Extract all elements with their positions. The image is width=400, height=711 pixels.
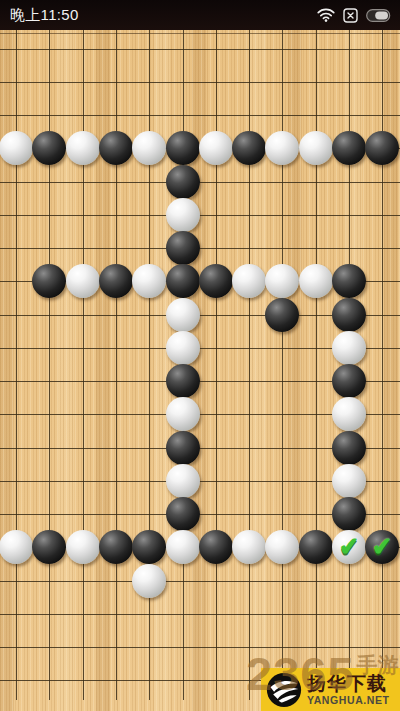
grid-line-horizontal	[0, 182, 400, 183]
stone-black[interactable]	[166, 231, 200, 265]
stone-black[interactable]	[132, 530, 166, 564]
stone-black[interactable]	[166, 165, 200, 199]
grid-line-horizontal	[0, 49, 400, 50]
stone-black[interactable]	[32, 530, 66, 564]
stone-white[interactable]	[132, 131, 166, 165]
stone-white[interactable]	[299, 264, 333, 298]
stone-white[interactable]	[199, 131, 233, 165]
grid-line-horizontal	[0, 614, 400, 615]
stone-black[interactable]	[332, 298, 366, 332]
stone-black[interactable]	[332, 431, 366, 465]
stone-white[interactable]	[265, 131, 299, 165]
sim-missing-icon	[343, 8, 358, 23]
stone-black[interactable]	[365, 131, 399, 165]
stone-white[interactable]	[66, 264, 100, 298]
status-icons	[317, 8, 392, 23]
stone-white[interactable]	[132, 264, 166, 298]
stone-black[interactable]	[299, 530, 333, 564]
stone-white[interactable]	[132, 564, 166, 598]
stone-black[interactable]	[99, 264, 133, 298]
stone-white[interactable]	[332, 464, 366, 498]
site-watermark: 2365手游网	[246, 650, 400, 697]
stone-white[interactable]	[332, 397, 366, 431]
stone-white[interactable]	[166, 298, 200, 332]
grid-line-horizontal	[0, 215, 400, 216]
stone-black[interactable]	[199, 530, 233, 564]
stone-white[interactable]	[232, 530, 266, 564]
stone-white[interactable]	[265, 264, 299, 298]
stone-black[interactable]	[332, 131, 366, 165]
stone-black[interactable]	[99, 131, 133, 165]
stone-white[interactable]	[166, 331, 200, 365]
stone-black[interactable]	[32, 131, 66, 165]
grid-line-horizontal	[0, 581, 400, 582]
stone-black[interactable]	[166, 431, 200, 465]
stone-white[interactable]	[166, 530, 200, 564]
stone-white[interactable]	[166, 397, 200, 431]
stone-white[interactable]	[166, 464, 200, 498]
stone-black[interactable]	[99, 530, 133, 564]
stone-black[interactable]	[332, 364, 366, 398]
stone-black[interactable]	[265, 298, 299, 332]
stone-black[interactable]	[166, 497, 200, 531]
app-screen: 晚上11:50 ✔✔ 2365手游网	[0, 0, 400, 711]
go-board[interactable]: ✔✔	[0, 30, 400, 711]
stone-black[interactable]	[166, 264, 200, 298]
status-bar: 晚上11:50	[0, 0, 400, 30]
stone-white[interactable]	[0, 131, 33, 165]
stone-white[interactable]	[265, 530, 299, 564]
stone-black[interactable]	[166, 131, 200, 165]
stone-white[interactable]	[166, 198, 200, 232]
battery-icon	[366, 9, 392, 22]
stone-black[interactable]	[232, 131, 266, 165]
stone-white[interactable]	[66, 131, 100, 165]
watermark-suffix: 手游网	[357, 653, 400, 676]
stone-white[interactable]	[232, 264, 266, 298]
stone-black[interactable]	[199, 264, 233, 298]
watermark-number: 2365	[246, 647, 355, 700]
stone-white[interactable]	[66, 530, 100, 564]
stone-white[interactable]	[0, 530, 33, 564]
wifi-icon	[317, 8, 335, 22]
grid-line-horizontal	[0, 248, 400, 249]
stone-black[interactable]	[166, 364, 200, 398]
check-icon: ✔	[331, 528, 367, 564]
statusbar-shadow-line	[0, 33, 400, 34]
stone-black[interactable]	[32, 264, 66, 298]
stone-white[interactable]	[299, 131, 333, 165]
status-time: 晚上11:50	[8, 6, 79, 25]
stone-black[interactable]	[332, 264, 366, 298]
grid-line-horizontal	[0, 82, 400, 83]
grid-line-horizontal	[0, 115, 400, 116]
check-icon: ✔	[364, 528, 400, 564]
stone-white[interactable]	[332, 331, 366, 365]
stone-black[interactable]	[332, 497, 366, 531]
